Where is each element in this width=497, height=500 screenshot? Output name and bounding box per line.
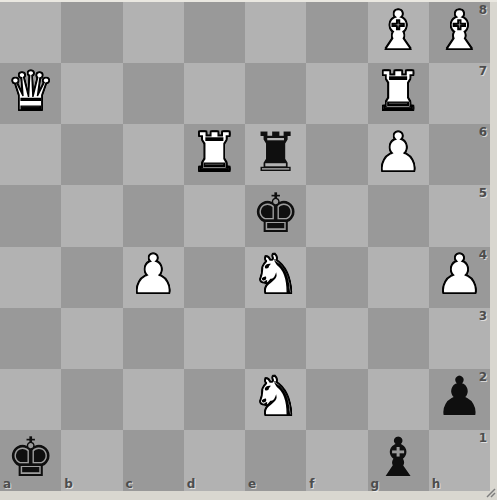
resize-grip-icon[interactable] xyxy=(485,487,496,498)
square-e3[interactable] xyxy=(245,308,306,369)
chess-app-window: ♝♝8♛♜7♜♜♟6♚5♟♞♟43♞♟2♚abcdef♝g1h xyxy=(0,0,497,500)
square-d4[interactable] xyxy=(184,247,245,308)
square-d2[interactable] xyxy=(184,369,245,430)
square-d8[interactable] xyxy=(184,2,245,63)
square-b4[interactable] xyxy=(61,247,122,308)
square-f6[interactable] xyxy=(306,124,367,185)
square-b8[interactable] xyxy=(61,2,122,63)
file-label-a: a xyxy=(3,478,11,490)
square-h2[interactable]: ♟2 xyxy=(429,369,490,430)
square-g6[interactable]: ♟ xyxy=(368,124,429,185)
piece-white-pawn[interactable]: ♟ xyxy=(368,122,429,183)
rank-label-1: 1 xyxy=(479,432,487,444)
square-f3[interactable] xyxy=(306,308,367,369)
piece-white-knight[interactable]: ♞ xyxy=(245,367,306,428)
square-d5[interactable] xyxy=(184,185,245,246)
square-d6[interactable]: ♜ xyxy=(184,124,245,185)
square-e2[interactable]: ♞ xyxy=(245,369,306,430)
file-label-d: d xyxy=(187,478,196,490)
square-g7[interactable]: ♜ xyxy=(368,63,429,124)
square-f7[interactable] xyxy=(306,63,367,124)
square-d7[interactable] xyxy=(184,63,245,124)
square-h4[interactable]: ♟4 xyxy=(429,247,490,308)
rank-label-7: 7 xyxy=(479,65,487,77)
piece-white-queen[interactable]: ♛ xyxy=(0,61,61,122)
square-g3[interactable] xyxy=(368,308,429,369)
square-b7[interactable] xyxy=(61,63,122,124)
square-f2[interactable] xyxy=(306,369,367,430)
rank-label-6: 6 xyxy=(479,126,487,138)
piece-black-king[interactable]: ♚ xyxy=(245,183,306,244)
rank-label-3: 3 xyxy=(479,310,487,322)
square-a5[interactable] xyxy=(0,185,61,246)
square-c6[interactable] xyxy=(123,124,184,185)
square-c4[interactable]: ♟ xyxy=(123,247,184,308)
square-g1[interactable]: ♝g xyxy=(368,430,429,491)
square-g2[interactable] xyxy=(368,369,429,430)
square-h3[interactable]: 3 xyxy=(429,308,490,369)
square-f4[interactable] xyxy=(306,247,367,308)
square-a7[interactable]: ♛ xyxy=(0,63,61,124)
square-f8[interactable] xyxy=(306,2,367,63)
square-a1[interactable]: ♚a xyxy=(0,430,61,491)
square-b1[interactable]: b xyxy=(61,430,122,491)
rank-label-4: 4 xyxy=(479,249,487,261)
square-c2[interactable] xyxy=(123,369,184,430)
file-label-h: h xyxy=(432,478,441,490)
file-label-b: b xyxy=(64,478,73,490)
square-b2[interactable] xyxy=(61,369,122,430)
square-b6[interactable] xyxy=(61,124,122,185)
square-d1[interactable]: d xyxy=(184,430,245,491)
square-g5[interactable] xyxy=(368,185,429,246)
piece-white-bishop[interactable]: ♝ xyxy=(368,0,429,61)
piece-white-rook[interactable]: ♜ xyxy=(368,61,429,122)
square-h7[interactable]: 7 xyxy=(429,63,490,124)
square-c8[interactable] xyxy=(123,2,184,63)
square-a4[interactable] xyxy=(0,247,61,308)
square-h5[interactable]: 5 xyxy=(429,185,490,246)
piece-white-rook[interactable]: ♜ xyxy=(184,122,245,183)
piece-black-rook[interactable]: ♜ xyxy=(245,122,306,183)
file-label-g: g xyxy=(371,478,380,490)
rank-label-2: 2 xyxy=(479,371,487,383)
rank-label-8: 8 xyxy=(479,4,487,16)
square-h8[interactable]: ♝8 xyxy=(429,2,490,63)
square-e1[interactable]: e xyxy=(245,430,306,491)
square-a3[interactable] xyxy=(0,308,61,369)
square-c1[interactable]: c xyxy=(123,430,184,491)
square-h6[interactable]: 6 xyxy=(429,124,490,185)
square-a2[interactable] xyxy=(0,369,61,430)
square-e5[interactable]: ♚ xyxy=(245,185,306,246)
square-d3[interactable] xyxy=(184,308,245,369)
square-h1[interactable]: 1h xyxy=(429,430,490,491)
square-f5[interactable] xyxy=(306,185,367,246)
piece-white-knight[interactable]: ♞ xyxy=(245,245,306,306)
square-g4[interactable] xyxy=(368,247,429,308)
square-g8[interactable]: ♝ xyxy=(368,2,429,63)
rank-label-5: 5 xyxy=(479,187,487,199)
square-c3[interactable] xyxy=(123,308,184,369)
square-c7[interactable] xyxy=(123,63,184,124)
square-a8[interactable] xyxy=(0,2,61,63)
square-f1[interactable]: f xyxy=(306,430,367,491)
square-e8[interactable] xyxy=(245,2,306,63)
file-label-f: f xyxy=(309,478,314,490)
file-label-c: c xyxy=(126,478,133,490)
piece-white-pawn[interactable]: ♟ xyxy=(123,245,184,306)
square-b3[interactable] xyxy=(61,308,122,369)
square-e4[interactable]: ♞ xyxy=(245,247,306,308)
square-b5[interactable] xyxy=(61,185,122,246)
chess-board: ♝♝8♛♜7♜♜♟6♚5♟♞♟43♞♟2♚abcdef♝g1h xyxy=(0,2,490,491)
file-label-e: e xyxy=(248,478,256,490)
square-e6[interactable]: ♜ xyxy=(245,124,306,185)
square-a6[interactable] xyxy=(0,124,61,185)
square-e7[interactable] xyxy=(245,63,306,124)
square-c5[interactable] xyxy=(123,185,184,246)
